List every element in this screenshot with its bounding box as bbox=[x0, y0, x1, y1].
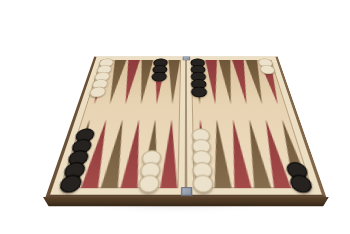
black-checker[interactable]: ● bbox=[189, 87, 210, 95]
point-9[interactable] bbox=[119, 119, 147, 188]
point-1[interactable] bbox=[274, 119, 312, 188]
right-playing-surface: ●●●●●●●●●●●●●● bbox=[191, 60, 312, 188]
black-checker[interactable]: ● bbox=[149, 72, 169, 79]
black-checker[interactable]: ● bbox=[72, 129, 99, 140]
white-checker[interactable]: ● bbox=[189, 163, 215, 176]
board-top: ●●●●●●●●●●●●●●●● ●●●●●●●●●●●●●● bbox=[46, 56, 327, 197]
white-checker[interactable]: ● bbox=[189, 151, 215, 163]
point-4[interactable] bbox=[225, 119, 253, 188]
black-checker[interactable]: ● bbox=[68, 140, 96, 151]
white-checker[interactable]: ● bbox=[190, 176, 217, 190]
black-checker[interactable]: ● bbox=[64, 151, 93, 163]
point-3[interactable] bbox=[241, 119, 272, 188]
point-2[interactable] bbox=[258, 119, 293, 188]
point-8[interactable] bbox=[139, 119, 164, 188]
front-edge bbox=[43, 197, 329, 206]
point-7[interactable] bbox=[159, 119, 180, 188]
white-checker[interactable]: ● bbox=[257, 65, 278, 72]
white-checker[interactable]: ● bbox=[189, 129, 213, 140]
fold-seam bbox=[185, 56, 188, 195]
white-checker[interactable]: ● bbox=[138, 151, 164, 163]
photo-canvas: ●●●●●●●●●●●●●●●● ●●●●●●●●●●●●●● bbox=[0, 0, 350, 234]
white-checker[interactable]: ● bbox=[135, 176, 163, 190]
white-checker[interactable]: ● bbox=[86, 87, 109, 95]
black-checker[interactable]: ● bbox=[282, 163, 312, 176]
point-6[interactable] bbox=[192, 119, 213, 188]
point-11[interactable] bbox=[80, 119, 115, 188]
hinge-plate-near bbox=[181, 187, 192, 196]
point-10[interactable] bbox=[99, 119, 130, 188]
left-playing-surface: ●●●●●●●●●●●●●●●● bbox=[60, 60, 181, 188]
board: ●●●●●●●●●●●●●●●● ●●●●●●●●●●●●●● bbox=[46, 56, 327, 197]
point-12[interactable] bbox=[60, 119, 98, 188]
point-5[interactable] bbox=[208, 119, 233, 188]
scene: ●●●●●●●●●●●●●●●● ●●●●●●●●●●●●●● bbox=[75, 17, 297, 207]
board-left-half: ●●●●●●●●●●●●●●●● bbox=[50, 57, 186, 195]
black-checker[interactable]: ● bbox=[285, 176, 316, 190]
white-checker[interactable]: ● bbox=[189, 140, 214, 151]
white-checker[interactable]: ● bbox=[137, 163, 164, 176]
board-right-half: ●●●●●●●●●●●●●● bbox=[186, 57, 322, 195]
black-checker[interactable]: ● bbox=[60, 163, 90, 176]
black-checker[interactable]: ● bbox=[56, 176, 87, 190]
